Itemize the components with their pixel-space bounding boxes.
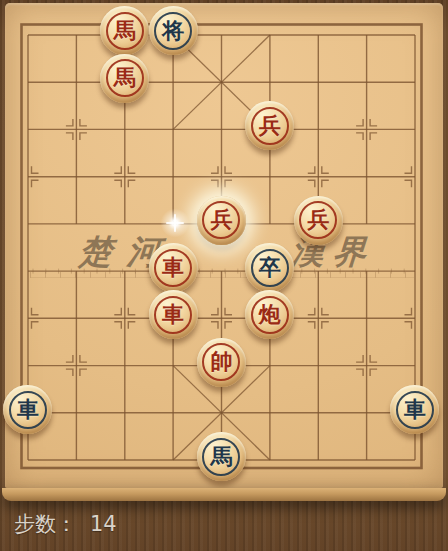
piece-glyph: 車: [404, 399, 426, 421]
move-counter-value: 14: [90, 512, 117, 536]
piece-glyph: 兵: [307, 209, 329, 231]
piece-red-horse[interactable]: 馬: [100, 54, 149, 103]
move-counter: 步数： 14: [14, 510, 117, 538]
piece-red-general[interactable]: 帥: [197, 338, 246, 387]
piece-red-soldier[interactable]: 兵: [294, 196, 343, 245]
move-counter-label: 步数：: [14, 510, 77, 538]
piece-black-horse[interactable]: 馬: [197, 432, 246, 481]
piece-glyph: 炮: [259, 304, 281, 326]
piece-red-cannon[interactable]: 炮: [245, 290, 294, 339]
piece-black-chariot[interactable]: 車: [390, 385, 439, 434]
piece-glyph: 車: [17, 399, 39, 421]
piece-glyph: 将: [162, 20, 184, 42]
piece-red-soldier[interactable]: 兵: [245, 101, 294, 150]
piece-glyph: 兵: [259, 115, 281, 137]
piece-glyph: 馬: [210, 446, 232, 468]
piece-black-chariot[interactable]: 車: [3, 385, 52, 434]
sparkle-effect: [160, 208, 190, 238]
piece-glyph: 兵: [210, 209, 232, 231]
piece-red-soldier[interactable]: 兵: [197, 196, 246, 245]
piece-black-general[interactable]: 将: [149, 6, 198, 55]
piece-glyph: 卒: [259, 257, 281, 279]
piece-black-soldier[interactable]: 卒: [245, 243, 294, 292]
piece-glyph: 馬: [114, 67, 136, 89]
board-front-edge: [2, 488, 446, 501]
piece-glyph: 帥: [210, 351, 232, 373]
piece-red-chariot[interactable]: 車: [149, 290, 198, 339]
piece-red-horse[interactable]: 馬: [100, 6, 149, 55]
pieces-layer[interactable]: 馬将馬兵兵兵車卒車炮帥車車馬: [4, 11, 439, 484]
piece-glyph: 車: [162, 257, 184, 279]
piece-glyph: 車: [162, 304, 184, 326]
game-screen: 楚河 漢界 馬将馬兵兵兵車卒車炮帥車車馬 步数： 14: [0, 0, 448, 551]
piece-glyph: 馬: [114, 20, 136, 42]
piece-red-chariot[interactable]: 車: [149, 243, 198, 292]
